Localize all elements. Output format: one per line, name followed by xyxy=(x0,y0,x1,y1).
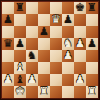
white-pawn-c2[interactable]: ♟ xyxy=(27,74,37,86)
square-a8[interactable] xyxy=(2,2,14,14)
square-f6[interactable] xyxy=(62,26,74,38)
black-knight-c4[interactable]: ♞ xyxy=(27,50,37,62)
square-g4[interactable] xyxy=(74,50,86,62)
black-bishop-b2[interactable]: ♝ xyxy=(15,74,25,86)
square-h5[interactable]: ♟ xyxy=(86,38,98,50)
square-e4[interactable] xyxy=(50,50,62,62)
black-pawn-h5[interactable]: ♟ xyxy=(87,38,97,50)
square-a5[interactable]: ♛ xyxy=(2,38,14,50)
square-a3[interactable] xyxy=(2,62,14,74)
square-d4[interactable] xyxy=(38,50,50,62)
square-h8[interactable]: ♜ xyxy=(86,2,98,14)
black-pawn-f7[interactable]: ♟ xyxy=(63,14,73,26)
white-pawn-g5[interactable]: ♟ xyxy=(75,38,85,50)
square-b4[interactable] xyxy=(14,50,26,62)
square-e5[interactable] xyxy=(50,38,62,50)
square-a6[interactable] xyxy=(2,26,14,38)
black-king-g8[interactable]: ♚ xyxy=(75,2,85,14)
square-f2[interactable] xyxy=(62,74,74,86)
square-e8[interactable] xyxy=(50,2,62,14)
chess-board-frame: ♜♚♜♟♛♟♟♛♟♞♟♟♞♟♝♟♝♟♟♚♜♜ xyxy=(0,0,100,100)
square-c1[interactable] xyxy=(26,86,38,98)
square-e1[interactable] xyxy=(50,86,62,98)
white-bishop-b3[interactable]: ♝ xyxy=(15,62,25,74)
white-pawn-f4[interactable]: ♟ xyxy=(63,50,73,62)
square-h2[interactable] xyxy=(86,74,98,86)
white-pawn-g2[interactable]: ♟ xyxy=(75,74,85,86)
square-b2[interactable]: ♝ xyxy=(14,74,26,86)
square-g7[interactable] xyxy=(74,14,86,26)
square-g1[interactable] xyxy=(74,86,86,98)
square-b5[interactable]: ♟ xyxy=(14,38,26,50)
square-f7[interactable]: ♟ xyxy=(62,14,74,26)
white-knight-f5[interactable]: ♞ xyxy=(63,38,73,50)
white-rook-d1[interactable]: ♜ xyxy=(39,86,49,98)
square-d1[interactable]: ♜ xyxy=(38,86,50,98)
black-pawn-a7[interactable]: ♟ xyxy=(3,14,13,26)
square-b8[interactable]: ♜ xyxy=(14,2,26,14)
square-e3[interactable] xyxy=(50,62,62,74)
chess-board: ♜♚♜♟♛♟♟♛♟♞♟♟♞♟♝♟♝♟♟♚♜♜ xyxy=(2,2,98,98)
square-a1[interactable] xyxy=(2,86,14,98)
square-f4[interactable]: ♟ xyxy=(62,50,74,62)
square-g6[interactable] xyxy=(74,26,86,38)
square-b1[interactable]: ♚ xyxy=(14,86,26,98)
square-f8[interactable] xyxy=(62,2,74,14)
square-f3[interactable] xyxy=(62,62,74,74)
square-d7[interactable] xyxy=(38,14,50,26)
square-h4[interactable] xyxy=(86,50,98,62)
black-pawn-b5[interactable]: ♟ xyxy=(15,38,25,50)
square-b6[interactable] xyxy=(14,26,26,38)
square-c2[interactable]: ♟ xyxy=(26,74,38,86)
square-b3[interactable]: ♝ xyxy=(14,62,26,74)
square-d8[interactable] xyxy=(38,2,50,14)
white-king-b1[interactable]: ♚ xyxy=(15,86,25,98)
square-g3[interactable] xyxy=(74,62,86,74)
white-queen-e7[interactable]: ♛ xyxy=(51,14,61,26)
black-rook-b8[interactable]: ♜ xyxy=(15,2,25,14)
square-h7[interactable] xyxy=(86,14,98,26)
white-rook-h1[interactable]: ♜ xyxy=(87,86,97,98)
square-e2[interactable] xyxy=(50,74,62,86)
square-c4[interactable]: ♞ xyxy=(26,50,38,62)
square-c3[interactable] xyxy=(26,62,38,74)
square-h1[interactable]: ♜ xyxy=(86,86,98,98)
square-c8[interactable] xyxy=(26,2,38,14)
square-f5[interactable]: ♞ xyxy=(62,38,74,50)
square-g8[interactable]: ♚ xyxy=(74,2,86,14)
square-a2[interactable]: ♟ xyxy=(2,74,14,86)
square-h6[interactable] xyxy=(86,26,98,38)
square-c7[interactable] xyxy=(26,14,38,26)
square-c5[interactable] xyxy=(26,38,38,50)
square-g2[interactable]: ♟ xyxy=(74,74,86,86)
square-e7[interactable]: ♛ xyxy=(50,14,62,26)
square-a4[interactable] xyxy=(2,50,14,62)
square-d6[interactable]: ♟ xyxy=(38,26,50,38)
black-queen-a5[interactable]: ♛ xyxy=(3,38,13,50)
white-pawn-a2[interactable]: ♟ xyxy=(3,74,13,86)
square-g5[interactable]: ♟ xyxy=(74,38,86,50)
square-c6[interactable] xyxy=(26,26,38,38)
square-h3[interactable] xyxy=(86,62,98,74)
square-d3[interactable] xyxy=(38,62,50,74)
square-f1[interactable] xyxy=(62,86,74,98)
square-a7[interactable]: ♟ xyxy=(2,14,14,26)
square-b7[interactable] xyxy=(14,14,26,26)
square-d5[interactable] xyxy=(38,38,50,50)
square-d2[interactable] xyxy=(38,74,50,86)
black-pawn-d6[interactable]: ♟ xyxy=(39,26,49,38)
square-e6[interactable] xyxy=(50,26,62,38)
black-rook-h8[interactable]: ♜ xyxy=(87,2,97,14)
